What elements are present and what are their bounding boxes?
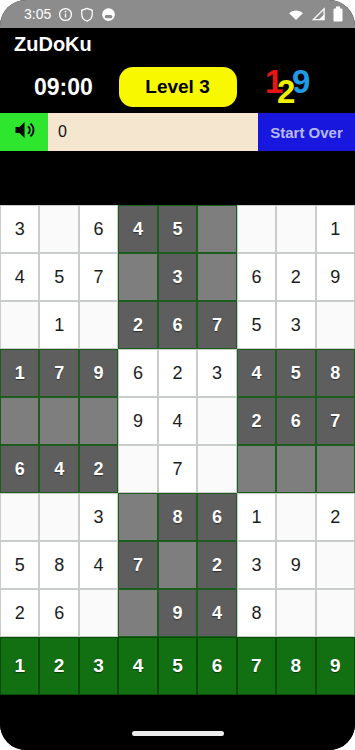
cell-r2c4[interactable] (118, 253, 157, 301)
picker-number-8[interactable]: 8 (276, 637, 315, 695)
cell-r9c1[interactable]: 2 (0, 589, 39, 637)
app-logo-129: 1 2 9 (265, 65, 319, 109)
picker-number-1[interactable]: 1 (0, 637, 39, 695)
cell-r8c9[interactable] (316, 541, 355, 589)
timer: 09:00 (34, 73, 93, 100)
cell-r7c8[interactable] (276, 493, 315, 541)
cell-r6c7[interactable] (237, 445, 276, 493)
cell-r6c4[interactable] (118, 445, 157, 493)
start-over-button[interactable]: Start Over (258, 113, 355, 151)
cell-r7c4[interactable] (118, 493, 157, 541)
toolbar: 09:00 Level 3 1 2 9 (0, 60, 355, 113)
cell-r5c1[interactable] (0, 397, 39, 445)
cell-r8c5[interactable] (158, 541, 197, 589)
navigation-bar (0, 695, 355, 750)
cell-r7c1[interactable] (0, 493, 39, 541)
cell-r9c6[interactable]: 4 (197, 589, 236, 637)
score-value: 0 (58, 123, 67, 141)
cell-r4c3[interactable]: 9 (79, 349, 118, 397)
cell-r8c4[interactable]: 7 (118, 541, 157, 589)
cell-r1c4[interactable]: 4 (118, 205, 157, 253)
cell-r6c5[interactable]: 7 (158, 445, 197, 493)
cell-r3c1[interactable] (0, 301, 39, 349)
cell-r4c6[interactable]: 3 (197, 349, 236, 397)
cell-r3c3[interactable] (79, 301, 118, 349)
cell-r2c3[interactable]: 7 (79, 253, 118, 301)
cell-r4c5[interactable]: 2 (158, 349, 197, 397)
shield-icon (80, 7, 94, 22)
cell-r3c7[interactable]: 5 (237, 301, 276, 349)
control-row: 0 Start Over (0, 113, 355, 151)
picker-number-2[interactable]: 2 (39, 637, 78, 695)
cell-r9c8[interactable] (276, 589, 315, 637)
cell-r2c9[interactable]: 9 (316, 253, 355, 301)
status-bar: 3:05 (0, 0, 355, 28)
cell-r5c5[interactable]: 4 (158, 397, 197, 445)
cell-r4c1[interactable]: 1 (0, 349, 39, 397)
cell-r2c2[interactable]: 5 (39, 253, 78, 301)
clock: 3:05 (24, 6, 51, 22)
cell-r1c5[interactable]: 5 (158, 205, 197, 253)
app-bar: ZuDoKu (0, 28, 355, 60)
cell-r9c4[interactable] (118, 589, 157, 637)
cell-r2c5[interactable]: 3 (158, 253, 197, 301)
level-button[interactable]: Level 3 (119, 67, 237, 107)
cell-r7c6[interactable]: 6 (197, 493, 236, 541)
cell-r2c8[interactable]: 2 (276, 253, 315, 301)
cell-r3c9[interactable] (316, 301, 355, 349)
cell-r8c7[interactable]: 3 (237, 541, 276, 589)
picker-number-7[interactable]: 7 (237, 637, 276, 695)
cell-r4c8[interactable]: 5 (276, 349, 315, 397)
cell-r6c3[interactable]: 2 (79, 445, 118, 493)
cell-r5c2[interactable] (39, 397, 78, 445)
cell-r1c9[interactable]: 1 (316, 205, 355, 253)
cell-r4c2[interactable]: 7 (39, 349, 78, 397)
cell-r6c2[interactable]: 4 (39, 445, 78, 493)
cell-r7c3[interactable]: 3 (79, 493, 118, 541)
cell-r3c5[interactable]: 6 (158, 301, 197, 349)
spacer (0, 151, 355, 205)
cell-r1c3[interactable]: 6 (79, 205, 118, 253)
cell-r8c1[interactable]: 5 (0, 541, 39, 589)
sudoku-board: 3645145736291267531796234589426764273861… (0, 205, 355, 637)
speaker-icon (11, 118, 38, 146)
picker-number-5[interactable]: 5 (158, 637, 197, 695)
cell-r8c8[interactable]: 9 (276, 541, 315, 589)
cell-r7c7[interactable]: 1 (237, 493, 276, 541)
cell-r9c5[interactable]: 9 (158, 589, 197, 637)
logo-digit-2: 2 (277, 75, 295, 108)
cell-r1c6[interactable] (197, 205, 236, 253)
cell-r7c5[interactable]: 8 (158, 493, 197, 541)
cell-r3c2[interactable]: 1 (39, 301, 78, 349)
home-gesture-bar[interactable] (132, 731, 224, 736)
battery-icon (333, 6, 343, 22)
cell-r1c2[interactable] (39, 205, 78, 253)
cell-r2c7[interactable]: 6 (237, 253, 276, 301)
cell-r3c8[interactable]: 3 (276, 301, 315, 349)
cell-r7c9[interactable]: 2 (316, 493, 355, 541)
cell-r5c8[interactable]: 6 (276, 397, 315, 445)
sound-button[interactable] (0, 113, 48, 151)
picker-number-6[interactable]: 6 (197, 637, 236, 695)
cellular-icon (311, 7, 326, 21)
cell-r8c3[interactable]: 4 (79, 541, 118, 589)
cell-r5c7[interactable]: 2 (237, 397, 276, 445)
cell-r4c7[interactable]: 4 (237, 349, 276, 397)
face-icon (101, 7, 116, 22)
cell-r5c9[interactable]: 7 (316, 397, 355, 445)
cell-r4c4[interactable]: 6 (118, 349, 157, 397)
phone-screen: 3:05 ZuDoKu 09:00 Level 3 1 2 9 (0, 0, 355, 750)
cell-r8c6[interactable]: 2 (197, 541, 236, 589)
info-icon (58, 7, 73, 22)
cell-r3c4[interactable]: 2 (118, 301, 157, 349)
picker-number-4[interactable]: 4 (118, 637, 157, 695)
cell-r5c6[interactable] (197, 397, 236, 445)
cell-r9c2[interactable]: 6 (39, 589, 78, 637)
cell-r5c3[interactable] (79, 397, 118, 445)
cell-r5c4[interactable]: 9 (118, 397, 157, 445)
cell-r7c2[interactable] (39, 493, 78, 541)
cell-r1c8[interactable] (276, 205, 315, 253)
picker-number-9[interactable]: 9 (316, 637, 355, 695)
cell-r9c3[interactable] (79, 589, 118, 637)
cell-r6c6[interactable] (197, 445, 236, 493)
cell-r9c9[interactable] (316, 589, 355, 637)
number-picker: 123456789 (0, 637, 355, 695)
picker-number-3[interactable]: 3 (79, 637, 118, 695)
cell-r6c1[interactable]: 6 (0, 445, 39, 493)
cell-r4c9[interactable]: 8 (316, 349, 355, 397)
cell-r1c7[interactable] (237, 205, 276, 253)
cell-r3c6[interactable]: 7 (197, 301, 236, 349)
cell-r9c7[interactable]: 8 (237, 589, 276, 637)
wifi-icon (288, 7, 304, 21)
cell-r6c8[interactable] (276, 445, 315, 493)
cell-r6c9[interactable] (316, 445, 355, 493)
app-title: ZuDoKu (14, 33, 92, 56)
cell-r1c1[interactable]: 3 (0, 205, 39, 253)
cell-r2c6[interactable] (197, 253, 236, 301)
cell-r8c2[interactable]: 8 (39, 541, 78, 589)
cell-r2c1[interactable]: 4 (0, 253, 39, 301)
